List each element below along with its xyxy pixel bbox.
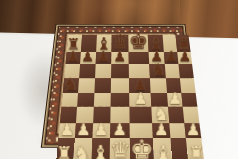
piece-black-king-e8[interactable]: ♚: [129, 31, 149, 53]
square-e7[interactable]: [129, 52, 149, 64]
square-b6[interactable]: [79, 64, 95, 78]
piece-white-rook-a1[interactable]: ♜: [57, 145, 73, 159]
piece-black-pawn-g7[interactable]: ♟: [165, 50, 178, 65]
square-c4[interactable]: [93, 93, 110, 107]
board-playing-field: ♜♝♛♚♝♜♟♟♟♟♟♟♟♞♞♟♟♟♞♟♟♟♟♟♟♜♞♝♛♚♝♜: [59, 35, 182, 133]
board-ornate-frame: ♜♝♛♚♝♜♟♟♟♟♟♟♟♞♞♟♟♟♞♟♟♟♟♟♟♜♞♝♛♚♝♜: [42, 25, 199, 147]
square-a5[interactable]: ♞: [63, 78, 80, 93]
square-b5[interactable]: [78, 78, 94, 93]
square-b2[interactable]: ♟: [75, 123, 92, 138]
piece-black-pawn-h7[interactable]: ♟: [178, 50, 191, 65]
piece-white-pawn-a2[interactable]: ♟: [59, 122, 74, 138]
square-e8[interactable]: ♚: [129, 35, 149, 52]
piece-white-pawn-h2[interactable]: ♟: [186, 122, 201, 138]
square-b7[interactable]: ♟: [80, 52, 95, 64]
square-e1[interactable]: ♚: [130, 138, 154, 159]
square-h4[interactable]: [181, 93, 197, 107]
square-c6[interactable]: [95, 64, 111, 78]
square-f5[interactable]: [150, 78, 167, 93]
piece-black-pawn-a7[interactable]: ♟: [66, 50, 79, 65]
square-d6[interactable]: [111, 64, 130, 78]
square-c2[interactable]: ♟: [92, 123, 110, 138]
square-c5[interactable]: [94, 78, 111, 93]
square-c7[interactable]: ♟: [95, 52, 111, 64]
piece-white-king-e1[interactable]: ♚: [131, 137, 154, 159]
square-a7[interactable]: ♟: [65, 52, 81, 64]
square-a2[interactable]: ♟: [58, 123, 76, 138]
chess-board: ♜♝♛♚♝♜♟♟♟♟♟♟♟♞♞♟♟♟♞♟♟♟♟♟♟♜♞♝♛♚♝♜: [42, 25, 199, 147]
square-d4[interactable]: [110, 93, 130, 107]
square-g1[interactable]: [171, 138, 188, 159]
piece-white-pawn-d2[interactable]: ♟: [113, 122, 128, 138]
square-b4[interactable]: [77, 93, 94, 107]
piece-white-bishop-c1[interactable]: ♝: [91, 143, 109, 159]
square-e4[interactable]: ♟: [130, 93, 152, 107]
square-h2[interactable]: ♟: [184, 123, 201, 138]
square-a4[interactable]: [61, 93, 78, 107]
piece-black-pawn-b7[interactable]: ♟: [81, 50, 94, 65]
square-f1[interactable]: ♝: [153, 138, 173, 159]
piece-white-pawn-g4[interactable]: ♟: [168, 91, 182, 107]
square-g2[interactable]: [170, 123, 186, 138]
square-d7[interactable]: ♟: [111, 52, 129, 64]
square-d1[interactable]: ♛: [109, 138, 130, 159]
piece-white-pawn-c2[interactable]: ♟: [93, 122, 108, 138]
square-e3[interactable]: [130, 107, 152, 123]
piece-white-knight-b1[interactable]: ♞: [74, 144, 91, 159]
piece-white-pawn-f2[interactable]: ♟: [154, 122, 169, 138]
square-g4[interactable]: ♟: [167, 93, 182, 107]
square-g7[interactable]: ♟: [164, 52, 178, 64]
piece-white-queen-d1[interactable]: ♛: [109, 139, 130, 159]
piece-white-bishop-f1[interactable]: ♝: [154, 143, 172, 159]
square-b1[interactable]: ♞: [73, 138, 91, 159]
piece-white-pawn-b2[interactable]: ♟: [76, 122, 91, 138]
square-d5[interactable]: [110, 78, 129, 93]
piece-black-pawn-c7[interactable]: ♟: [97, 50, 110, 65]
square-h6[interactable]: [178, 64, 194, 78]
square-f6[interactable]: ♞: [149, 64, 166, 78]
piece-black-pawn-d7[interactable]: ♟: [114, 50, 127, 65]
piece-black-knight-f6[interactable]: ♞: [150, 61, 165, 78]
piece-black-knight-a5[interactable]: ♞: [63, 76, 79, 93]
piece-white-pawn-e4[interactable]: ♟: [134, 91, 148, 107]
chess-scene: ♜♝♛♚♝♜♟♟♟♟♟♟♟♞♞♟♟♟♞♟♟♟♟♟♟♜♞♝♛♚♝♜: [50, 9, 191, 150]
square-c1[interactable]: ♝: [91, 138, 110, 159]
square-h1[interactable]: ♜: [186, 138, 205, 159]
square-f2[interactable]: ♟: [152, 123, 171, 138]
piece-white-rook-h1[interactable]: ♜: [188, 145, 204, 159]
square-h7[interactable]: ♟: [177, 52, 192, 64]
